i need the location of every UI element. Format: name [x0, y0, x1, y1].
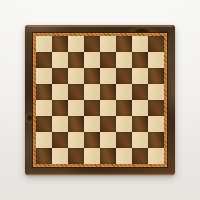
square-a8 — [36, 36, 52, 52]
square-c8 — [68, 36, 84, 52]
photo-background — [0, 0, 200, 200]
square-c7 — [68, 52, 84, 68]
square-c5 — [68, 84, 84, 100]
square-e1 — [100, 148, 116, 164]
square-d2 — [84, 132, 100, 148]
square-g3 — [132, 116, 148, 132]
square-b5 — [52, 84, 68, 100]
square-a5 — [36, 84, 52, 100]
square-d4 — [84, 100, 100, 116]
square-h1 — [148, 148, 164, 164]
square-g2 — [132, 132, 148, 148]
square-d6 — [84, 68, 100, 84]
inlay-border — [33, 33, 167, 167]
square-h4 — [148, 100, 164, 116]
square-b6 — [52, 68, 68, 84]
square-e3 — [100, 116, 116, 132]
square-b1 — [52, 148, 68, 164]
square-f1 — [116, 148, 132, 164]
square-b3 — [52, 116, 68, 132]
square-a4 — [36, 100, 52, 116]
square-c4 — [68, 100, 84, 116]
square-f3 — [116, 116, 132, 132]
square-b2 — [52, 132, 68, 148]
square-g8 — [132, 36, 148, 52]
square-c6 — [68, 68, 84, 84]
square-a1 — [36, 148, 52, 164]
square-g4 — [132, 100, 148, 116]
square-a6 — [36, 68, 52, 84]
square-h6 — [148, 68, 164, 84]
square-c1 — [68, 148, 84, 164]
square-f8 — [116, 36, 132, 52]
square-f6 — [116, 68, 132, 84]
square-h5 — [148, 84, 164, 100]
square-h7 — [148, 52, 164, 68]
square-g5 — [132, 84, 148, 100]
square-e2 — [100, 132, 116, 148]
square-d8 — [84, 36, 100, 52]
square-g1 — [132, 148, 148, 164]
square-d3 — [84, 116, 100, 132]
square-a2 — [36, 132, 52, 148]
square-f5 — [116, 84, 132, 100]
square-b4 — [52, 100, 68, 116]
chess-board — [25, 25, 175, 175]
square-e6 — [100, 68, 116, 84]
square-h3 — [148, 116, 164, 132]
square-f7 — [116, 52, 132, 68]
square-d7 — [84, 52, 100, 68]
square-e5 — [100, 84, 116, 100]
square-h8 — [148, 36, 164, 52]
board-grid — [36, 36, 164, 164]
square-e4 — [100, 100, 116, 116]
square-g7 — [132, 52, 148, 68]
square-d1 — [84, 148, 100, 164]
square-c2 — [68, 132, 84, 148]
square-f2 — [116, 132, 132, 148]
square-h2 — [148, 132, 164, 148]
square-d5 — [84, 84, 100, 100]
square-f4 — [116, 100, 132, 116]
square-g6 — [132, 68, 148, 84]
square-e7 — [100, 52, 116, 68]
square-a7 — [36, 52, 52, 68]
square-b8 — [52, 36, 68, 52]
square-e8 — [100, 36, 116, 52]
square-b7 — [52, 52, 68, 68]
square-a3 — [36, 116, 52, 132]
square-c3 — [68, 116, 84, 132]
